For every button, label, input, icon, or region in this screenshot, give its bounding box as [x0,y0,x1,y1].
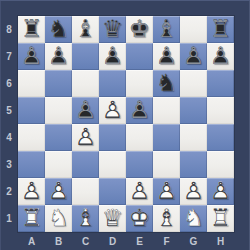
square-e5[interactable]: ♟♙ [126,97,153,124]
white-pawn-d5[interactable]: ♟♙ [99,97,126,124]
piece-outline-glyph: ♙ [180,178,207,205]
black-knight-f6[interactable]: ♞♘ [153,70,180,97]
square-f5[interactable] [153,97,180,124]
square-e3[interactable] [126,151,153,178]
file-label-g: G [180,232,207,250]
white-queen-d1[interactable]: ♛♕ [99,205,126,232]
rank-label-8: 8 [0,16,18,43]
square-d2[interactable] [99,178,126,205]
piece-outline-glyph: ♘ [45,16,72,43]
piece-outline-glyph: ♖ [18,205,45,232]
file-label-e: E [126,232,153,250]
square-d5[interactable]: ♟♙ [99,97,126,124]
square-f3[interactable] [153,151,180,178]
square-a1[interactable]: ♜♖ [18,205,45,232]
square-g8[interactable] [180,16,207,43]
square-a7[interactable]: ♟♙ [18,43,45,70]
piece-outline-glyph: ♘ [153,70,180,97]
piece-outline-glyph: ♙ [72,124,99,151]
square-g2[interactable]: ♟♙ [180,178,207,205]
square-c1[interactable]: ♝♗ [72,205,99,232]
black-pawn-f7[interactable]: ♟♙ [153,43,180,70]
square-c3[interactable] [72,151,99,178]
square-a4[interactable] [18,124,45,151]
white-bishop-c1[interactable]: ♝♗ [72,205,99,232]
square-c8[interactable]: ♝♗ [72,16,99,43]
square-f6[interactable]: ♞♘ [153,70,180,97]
white-pawn-c4[interactable]: ♟♙ [72,124,99,151]
piece-outline-glyph: ♕ [99,16,126,43]
square-h5[interactable] [207,97,234,124]
file-labels: ABCDEFGH [18,232,234,250]
white-knight-g1[interactable]: ♞♘ [180,205,207,232]
piece-outline-glyph: ♘ [180,205,207,232]
square-h6[interactable] [207,70,234,97]
chess-board-diagram: 87654321 ♜♖♞♘♝♗♛♕♚♔♝♗♜♖♟♙♟♙♟♙♟♙♟♙♟♙♞♘♟♙♟… [0,0,250,250]
white-rook-a1[interactable]: ♜♖ [18,205,45,232]
black-rook-a8[interactable]: ♜♖ [18,16,45,43]
square-h8[interactable]: ♜♖ [207,16,234,43]
square-c2[interactable] [72,178,99,205]
square-a8[interactable]: ♜♖ [18,16,45,43]
piece-outline-glyph: ♙ [126,178,153,205]
piece-outline-glyph: ♘ [45,205,72,232]
piece-outline-glyph: ♕ [99,205,126,232]
piece-outline-glyph: ♙ [45,178,72,205]
square-f4[interactable] [153,124,180,151]
square-b1[interactable]: ♞♘ [45,205,72,232]
rank-label-5: 5 [0,97,18,124]
square-a3[interactable] [18,151,45,178]
chess-board: ♜♖♞♘♝♗♛♕♚♔♝♗♜♖♟♙♟♙♟♙♟♙♟♙♟♙♞♘♟♙♟♙♟♙♟♙♟♙♟♙… [18,16,234,232]
file-label-c: C [72,232,99,250]
black-pawn-h7[interactable]: ♟♙ [207,43,234,70]
square-h1[interactable]: ♜♖ [207,205,234,232]
piece-outline-glyph: ♙ [99,43,126,70]
black-bishop-f8[interactable]: ♝♗ [153,16,180,43]
rank-label-2: 2 [0,178,18,205]
piece-outline-glyph: ♖ [207,16,234,43]
black-king-e8[interactable]: ♚♔ [126,16,153,43]
white-king-e1[interactable]: ♚♔ [126,205,153,232]
piece-outline-glyph: ♙ [207,43,234,70]
file-label-d: D [99,232,126,250]
file-label-a: A [18,232,45,250]
square-h2[interactable]: ♟♙ [207,178,234,205]
piece-outline-glyph: ♙ [45,43,72,70]
piece-outline-glyph: ♗ [153,16,180,43]
square-a6[interactable] [18,70,45,97]
square-b3[interactable] [45,151,72,178]
black-pawn-d7[interactable]: ♟♙ [99,43,126,70]
square-h3[interactable] [207,151,234,178]
file-label-f: F [153,232,180,250]
square-e8[interactable]: ♚♔ [126,16,153,43]
white-pawn-b2[interactable]: ♟♙ [45,178,72,205]
square-e7[interactable] [126,43,153,70]
square-c7[interactable] [72,43,99,70]
square-d7[interactable]: ♟♙ [99,43,126,70]
rank-label-6: 6 [0,70,18,97]
square-d8[interactable]: ♛♕ [99,16,126,43]
square-g5[interactable] [180,97,207,124]
square-a5[interactable] [18,97,45,124]
piece-outline-glyph: ♗ [72,16,99,43]
piece-outline-glyph: ♙ [153,43,180,70]
piece-outline-glyph: ♙ [99,97,126,124]
black-pawn-c5[interactable]: ♟♙ [72,97,99,124]
square-d1[interactable]: ♛♕ [99,205,126,232]
square-f2[interactable]: ♟♙ [153,178,180,205]
square-g4[interactable] [180,124,207,151]
square-c4[interactable]: ♟♙ [72,124,99,151]
black-pawn-a7[interactable]: ♟♙ [18,43,45,70]
white-pawn-g2[interactable]: ♟♙ [180,178,207,205]
black-bishop-c8[interactable]: ♝♗ [72,16,99,43]
piece-outline-glyph: ♙ [180,43,207,70]
black-knight-b8[interactable]: ♞♘ [45,16,72,43]
piece-outline-glyph: ♗ [153,205,180,232]
square-d6[interactable] [99,70,126,97]
square-h7[interactable]: ♟♙ [207,43,234,70]
piece-outline-glyph: ♙ [207,178,234,205]
square-c5[interactable]: ♟♙ [72,97,99,124]
square-g6[interactable] [180,70,207,97]
white-pawn-e2[interactable]: ♟♙ [126,178,153,205]
square-d3[interactable] [99,151,126,178]
square-g3[interactable] [180,151,207,178]
rank-labels: 87654321 [0,16,18,232]
square-b7[interactable]: ♟♙ [45,43,72,70]
piece-outline-glyph: ♙ [18,178,45,205]
square-e1[interactable]: ♚♔ [126,205,153,232]
black-pawn-g7[interactable]: ♟♙ [180,43,207,70]
piece-outline-glyph: ♖ [207,205,234,232]
black-queen-d8[interactable]: ♛♕ [99,16,126,43]
rank-label-4: 4 [0,124,18,151]
square-f1[interactable]: ♝♗ [153,205,180,232]
square-f8[interactable]: ♝♗ [153,16,180,43]
piece-outline-glyph: ♙ [153,178,180,205]
square-g1[interactable]: ♞♘ [180,205,207,232]
file-label-b: B [45,232,72,250]
square-g7[interactable]: ♟♙ [180,43,207,70]
square-b8[interactable]: ♞♘ [45,16,72,43]
square-h4[interactable] [207,124,234,151]
square-f7[interactable]: ♟♙ [153,43,180,70]
white-bishop-f1[interactable]: ♝♗ [153,205,180,232]
white-knight-b1[interactable]: ♞♘ [45,205,72,232]
rank-label-1: 1 [0,205,18,232]
file-label-h: H [207,232,234,250]
white-pawn-h2[interactable]: ♟♙ [207,178,234,205]
white-pawn-a2[interactable]: ♟♙ [18,178,45,205]
rank-label-7: 7 [0,43,18,70]
black-pawn-b7[interactable]: ♟♙ [45,43,72,70]
square-e4[interactable] [126,124,153,151]
square-b5[interactable] [45,97,72,124]
piece-outline-glyph: ♙ [126,97,153,124]
white-rook-h1[interactable]: ♜♖ [207,205,234,232]
square-d4[interactable] [99,124,126,151]
square-e2[interactable]: ♟♙ [126,178,153,205]
white-pawn-f2[interactable]: ♟♙ [153,178,180,205]
square-b2[interactable]: ♟♙ [45,178,72,205]
square-a2[interactable]: ♟♙ [18,178,45,205]
piece-outline-glyph: ♖ [18,16,45,43]
rank-label-3: 3 [0,151,18,178]
black-pawn-e5[interactable]: ♟♙ [126,97,153,124]
black-rook-h8[interactable]: ♜♖ [207,16,234,43]
square-b6[interactable] [45,70,72,97]
piece-outline-glyph: ♙ [72,97,99,124]
piece-outline-glyph: ♗ [72,205,99,232]
piece-outline-glyph: ♔ [126,16,153,43]
piece-outline-glyph: ♙ [18,43,45,70]
piece-outline-glyph: ♔ [126,205,153,232]
square-c6[interactable] [72,70,99,97]
square-e6[interactable] [126,70,153,97]
square-b4[interactable] [45,124,72,151]
